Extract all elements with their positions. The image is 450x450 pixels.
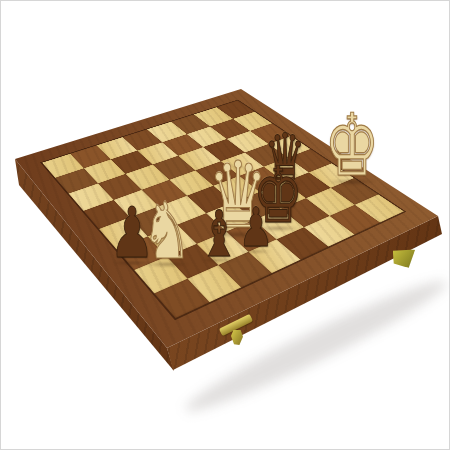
piece-white-king-h4: ♚ — [309, 102, 395, 188]
pawn-glyph: ♟ — [237, 201, 276, 255]
product-photo: ♚♛♚♛♟♝♟♞ — [0, 0, 450, 450]
bishop-glyph: ♝ — [196, 202, 242, 266]
king-glyph: ♚ — [250, 156, 306, 234]
queen-glyph: ♛ — [262, 125, 308, 189]
pieces-layer: ♚♛♚♛♟♝♟♞ — [1, 1, 449, 449]
knight-glyph: ♞ — [139, 192, 195, 270]
king-glyph: ♚ — [321, 102, 383, 188]
piece-black-queen-g4: ♛ — [253, 125, 317, 189]
pawn-glyph: ♟ — [107, 198, 157, 268]
piece-black-pawn-a4: ♟ — [97, 198, 167, 268]
piece-black-king-f3: ♚ — [239, 156, 317, 234]
piece-black-pawn-d2: ♟ — [229, 201, 283, 255]
piece-black-bishop-c2: ♝ — [187, 202, 251, 266]
queen-glyph: ♛ — [205, 150, 271, 242]
piece-white-queen-d3: ♛ — [192, 150, 284, 242]
piece-white-knight-b3: ♞ — [128, 192, 206, 270]
